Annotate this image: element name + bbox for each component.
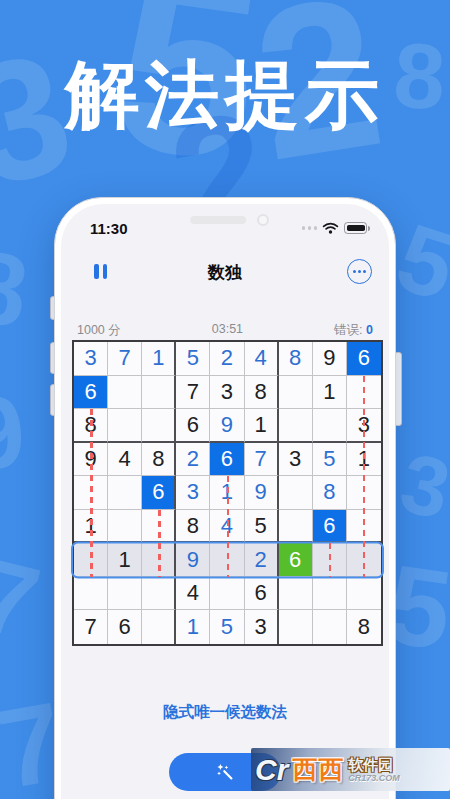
- sudoku-cell-r1c6[interactable]: 4: [245, 342, 279, 376]
- sudoku-cell-r9c5[interactable]: 5: [210, 610, 244, 644]
- background-digit: 5: [386, 208, 450, 316]
- sudoku-cell-r6c1[interactable]: 1: [74, 510, 108, 544]
- sudoku-cell-r5c5[interactable]: 1: [210, 476, 244, 510]
- speaker-grille-icon: [190, 216, 246, 224]
- sudoku-cell-r4c3[interactable]: 8: [142, 443, 176, 477]
- sudoku-cell-r6c8[interactable]: 6: [313, 510, 347, 544]
- status-icons: [302, 222, 368, 234]
- watermark: Cr 西西 软件园 CR173.COM: [251, 748, 450, 791]
- sudoku-cell-r6c7[interactable]: [279, 510, 313, 544]
- sudoku-cell-r2c9[interactable]: [347, 376, 381, 410]
- watermark-brand: 西西: [292, 757, 344, 782]
- magic-wand-icon: [214, 761, 236, 783]
- sudoku-cell-r5c2[interactable]: [108, 476, 142, 510]
- errors-label: 错误: 0: [334, 322, 373, 339]
- sudoku-cell-r3c9[interactable]: 3: [347, 409, 381, 443]
- sudoku-cell-r8c3[interactable]: [142, 577, 176, 611]
- sudoku-cell-r2c6[interactable]: 8: [245, 376, 279, 410]
- watermark-logo: Cr: [255, 755, 288, 785]
- sudoku-cell-r9c1[interactable]: 7: [74, 610, 108, 644]
- background-digit: 7: [0, 543, 48, 656]
- sudoku-cell-r7c6[interactable]: 2: [245, 543, 279, 577]
- sudoku-cell-r4c6[interactable]: 7: [245, 443, 279, 477]
- sudoku-cell-r3c8[interactable]: [313, 409, 347, 443]
- phone-mockup: 11:30 数独 1000 分 03:51 错误: 0: [54, 197, 396, 799]
- wifi-icon: [322, 222, 339, 234]
- ellipsis-icon: [353, 270, 356, 273]
- sudoku-cell-r7c1[interactable]: [74, 543, 108, 577]
- errors-count: 0: [366, 323, 373, 337]
- sudoku-cell-r9c7[interactable]: [279, 610, 313, 644]
- sudoku-cell-r9c9[interactable]: 8: [347, 610, 381, 644]
- sudoku-cell-r6c2[interactable]: [108, 510, 142, 544]
- sudoku-cell-r9c3[interactable]: [142, 610, 176, 644]
- app-title: 数独: [61, 261, 389, 284]
- sudoku-cell-r6c4[interactable]: 8: [176, 510, 210, 544]
- background-digit: 8: [0, 235, 34, 344]
- sudoku-cell-r8c9[interactable]: [347, 577, 381, 611]
- sudoku-cell-r4c9[interactable]: 1: [347, 443, 381, 477]
- sudoku-cell-r3c5[interactable]: 9: [210, 409, 244, 443]
- sudoku-cell-r2c1[interactable]: 6: [74, 376, 108, 410]
- sudoku-cell-r8c7[interactable]: [279, 577, 313, 611]
- background-digit: 3: [394, 440, 450, 532]
- timer-label: 03:51: [212, 322, 243, 339]
- sudoku-cell-r2c4[interactable]: 7: [176, 376, 210, 410]
- sudoku-cell-r7c7[interactable]: 6: [279, 543, 313, 577]
- battery-icon: [344, 222, 367, 234]
- sudoku-cell-r5c8[interactable]: 8: [313, 476, 347, 510]
- sudoku-cell-r8c2[interactable]: [108, 577, 142, 611]
- background-digit: 9: [0, 379, 30, 486]
- sudoku-cell-r4c2[interactable]: 4: [108, 443, 142, 477]
- front-camera-icon: [257, 214, 269, 226]
- sudoku-grid: 3715248966738186913948267351631981845619…: [72, 340, 383, 646]
- sudoku-cell-r2c3[interactable]: [142, 376, 176, 410]
- sudoku-cell-r1c7[interactable]: 8: [279, 342, 313, 376]
- sudoku-cell-r3c3[interactable]: [142, 409, 176, 443]
- sudoku-cell-r8c4[interactable]: 4: [176, 577, 210, 611]
- sudoku-cell-r2c7[interactable]: [279, 376, 313, 410]
- sudoku-cell-r1c4[interactable]: 5: [176, 342, 210, 376]
- sudoku-cell-r7c3[interactable]: [142, 543, 176, 577]
- sudoku-cell-r6c9[interactable]: [347, 510, 381, 544]
- sudoku-cell-r8c1[interactable]: [74, 577, 108, 611]
- sudoku-cell-r5c1[interactable]: [74, 476, 108, 510]
- sudoku-cell-r1c5[interactable]: 2: [210, 342, 244, 376]
- phone-screen: 11:30 数独 1000 分 03:51 错误: 0: [61, 204, 389, 799]
- status-time: 11:30: [90, 220, 128, 237]
- sudoku-cell-r3c2[interactable]: [108, 409, 142, 443]
- sudoku-cell-r1c3[interactable]: 1: [142, 342, 176, 376]
- sudoku-cell-r2c5[interactable]: 3: [210, 376, 244, 410]
- sudoku-cell-r2c2[interactable]: [108, 376, 142, 410]
- sudoku-cell-r6c6[interactable]: 5: [245, 510, 279, 544]
- sudoku-cell-r4c5[interactable]: 6: [210, 443, 244, 477]
- sudoku-cell-r3c4[interactable]: 6: [176, 409, 210, 443]
- sudoku-cell-r7c2[interactable]: 1: [108, 543, 142, 577]
- sudoku-cell-r5c9[interactable]: [347, 476, 381, 510]
- sudoku-cell-r3c7[interactable]: [279, 409, 313, 443]
- sudoku-cell-r1c1[interactable]: 3: [74, 342, 108, 376]
- sudoku-cell-r4c8[interactable]: 5: [313, 443, 347, 477]
- sudoku-cell-r5c6[interactable]: 9: [245, 476, 279, 510]
- cellular-signal-icon: [302, 226, 318, 230]
- page-title: 解法提示: [0, 54, 450, 135]
- sudoku-cell-r7c9[interactable]: [347, 543, 381, 577]
- sudoku-cell-r4c4[interactable]: 2: [176, 443, 210, 477]
- sudoku-cell-r7c5[interactable]: [210, 543, 244, 577]
- watermark-suffix: 软件园: [348, 757, 400, 772]
- sudoku-cell-r1c8[interactable]: 9: [313, 342, 347, 376]
- stats-row: 1000 分 03:51 错误: 0: [77, 322, 373, 339]
- sudoku-cell-r8c6[interactable]: 6: [245, 577, 279, 611]
- sudoku-cell-r8c8[interactable]: [313, 577, 347, 611]
- sudoku-cell-r6c5[interactable]: 4: [210, 510, 244, 544]
- sudoku-cell-r5c3[interactable]: 6: [142, 476, 176, 510]
- sudoku-cell-r2c8[interactable]: 1: [313, 376, 347, 410]
- sudoku-cell-r9c6[interactable]: 3: [245, 610, 279, 644]
- sudoku-cell-r9c4[interactable]: 1: [176, 610, 210, 644]
- sudoku-cell-r6c3[interactable]: [142, 510, 176, 544]
- hint-technique-label: 隐式唯一候选数法: [61, 702, 389, 723]
- watermark-domain: CR173.COM: [348, 774, 400, 783]
- sudoku-cell-r7c4[interactable]: 9: [176, 543, 210, 577]
- sudoku-cell-r4c7[interactable]: 3: [279, 443, 313, 477]
- score-label: 1000 分: [77, 322, 121, 339]
- sudoku-cell-r3c1[interactable]: 8: [74, 409, 108, 443]
- sudoku-cell-r5c4[interactable]: 3: [176, 476, 210, 510]
- sudoku-cell-r4c1[interactable]: 9: [74, 443, 108, 477]
- sudoku-cell-r5c7[interactable]: [279, 476, 313, 510]
- page-background: { "hero": { "title": "解法提示" }, "backgrou…: [0, 0, 450, 799]
- sudoku-cell-r8c5[interactable]: [210, 577, 244, 611]
- sudoku-cell-r3c6[interactable]: 1: [245, 409, 279, 443]
- sudoku-cell-r9c2[interactable]: 6: [108, 610, 142, 644]
- sudoku-cell-r9c8[interactable]: [313, 610, 347, 644]
- more-options-button[interactable]: [347, 259, 372, 284]
- sudoku-cell-r1c2[interactable]: 7: [108, 342, 142, 376]
- sudoku-cell-r1c9[interactable]: 6: [347, 342, 381, 376]
- sudoku-cell-r7c8[interactable]: [313, 543, 347, 577]
